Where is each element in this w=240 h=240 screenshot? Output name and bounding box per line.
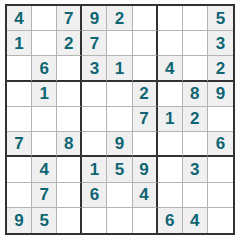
cell-r1c1-given[interactable]: 4	[7, 6, 32, 31]
cell-r4c8-given[interactable]: 8	[183, 82, 208, 107]
sudoku-board: 4792512736314212897127896415937649564	[5, 4, 235, 235]
cell-r1c8-empty[interactable]	[183, 6, 208, 31]
cell-r2c5-empty[interactable]	[107, 31, 132, 56]
cell-r2c6-empty[interactable]	[133, 31, 158, 56]
cell-r7c1-empty[interactable]	[7, 157, 32, 182]
cell-r4c9-given[interactable]: 9	[208, 82, 233, 107]
cell-r4c7-empty[interactable]	[158, 82, 183, 107]
cell-r1c5-given[interactable]: 2	[107, 6, 132, 31]
cell-r7c6-given[interactable]: 9	[133, 157, 158, 182]
cell-r9c8-given[interactable]: 4	[183, 208, 208, 233]
cell-r8c6-given[interactable]: 4	[133, 183, 158, 208]
cell-r9c9-empty[interactable]	[208, 208, 233, 233]
cell-r9c5-empty[interactable]	[107, 208, 132, 233]
cell-r6c7-empty[interactable]	[158, 132, 183, 157]
cell-r8c3-empty[interactable]	[57, 183, 82, 208]
cell-r9c6-empty[interactable]	[133, 208, 158, 233]
cell-r6c2-empty[interactable]	[32, 132, 57, 157]
cell-r9c2-given[interactable]: 5	[32, 208, 57, 233]
cell-r6c8-empty[interactable]	[183, 132, 208, 157]
cell-r8c8-empty[interactable]	[183, 183, 208, 208]
cell-r2c7-empty[interactable]	[158, 31, 183, 56]
cell-r2c4-given[interactable]: 7	[82, 31, 107, 56]
cell-r4c3-empty[interactable]	[57, 82, 82, 107]
cell-r5c2-empty[interactable]	[32, 107, 57, 132]
cell-r2c2-empty[interactable]	[32, 31, 57, 56]
cell-r3c3-empty[interactable]	[57, 56, 82, 81]
cell-r2c3-given[interactable]: 2	[57, 31, 82, 56]
cell-r3c7-given[interactable]: 4	[158, 56, 183, 81]
cell-r4c4-empty[interactable]	[82, 82, 107, 107]
cell-r5c7-given[interactable]: 1	[158, 107, 183, 132]
cell-r6c3-given[interactable]: 8	[57, 132, 82, 157]
cell-r2c1-given[interactable]: 1	[7, 31, 32, 56]
cell-r2c9-given[interactable]: 3	[208, 31, 233, 56]
cell-r5c4-empty[interactable]	[82, 107, 107, 132]
cell-r8c2-given[interactable]: 7	[32, 183, 57, 208]
cell-r7c8-given[interactable]: 3	[183, 157, 208, 182]
cell-r3c6-empty[interactable]	[133, 56, 158, 81]
cell-r4c1-empty[interactable]	[7, 82, 32, 107]
cell-r8c5-empty[interactable]	[107, 183, 132, 208]
cell-r7c5-given[interactable]: 5	[107, 157, 132, 182]
cell-r6c5-given[interactable]: 9	[107, 132, 132, 157]
cell-r1c2-empty[interactable]	[32, 6, 57, 31]
cell-r6c1-given[interactable]: 7	[7, 132, 32, 157]
cell-r6c6-empty[interactable]	[133, 132, 158, 157]
cell-r5c8-given[interactable]: 2	[183, 107, 208, 132]
cell-r7c7-empty[interactable]	[158, 157, 183, 182]
cell-r8c4-given[interactable]: 6	[82, 183, 107, 208]
cell-r2c8-empty[interactable]	[183, 31, 208, 56]
cell-r7c3-empty[interactable]	[57, 157, 82, 182]
cell-r1c3-given[interactable]: 7	[57, 6, 82, 31]
page: 4792512736314212897127896415937649564	[0, 0, 240, 240]
cell-r9c1-given[interactable]: 9	[7, 208, 32, 233]
cell-r7c9-empty[interactable]	[208, 157, 233, 182]
cell-r3c1-empty[interactable]	[7, 56, 32, 81]
cell-r1c7-empty[interactable]	[158, 6, 183, 31]
cell-r3c4-given[interactable]: 3	[82, 56, 107, 81]
cell-r9c7-given[interactable]: 6	[158, 208, 183, 233]
cell-r1c6-empty[interactable]	[133, 6, 158, 31]
cell-r9c4-empty[interactable]	[82, 208, 107, 233]
cell-r1c4-given[interactable]: 9	[82, 6, 107, 31]
cell-r5c3-empty[interactable]	[57, 107, 82, 132]
cell-r5c6-given[interactable]: 7	[133, 107, 158, 132]
cell-r9c3-empty[interactable]	[57, 208, 82, 233]
cell-r4c2-given[interactable]: 1	[32, 82, 57, 107]
cell-r6c4-empty[interactable]	[82, 132, 107, 157]
cell-r1c9-given[interactable]: 5	[208, 6, 233, 31]
cell-r4c5-empty[interactable]	[107, 82, 132, 107]
cell-r3c2-given[interactable]: 6	[32, 56, 57, 81]
cell-r3c8-empty[interactable]	[183, 56, 208, 81]
cell-r5c9-empty[interactable]	[208, 107, 233, 132]
cell-r8c9-empty[interactable]	[208, 183, 233, 208]
cell-r4c6-given[interactable]: 2	[133, 82, 158, 107]
cell-r7c4-given[interactable]: 1	[82, 157, 107, 182]
cell-r5c5-empty[interactable]	[107, 107, 132, 132]
cell-r7c2-given[interactable]: 4	[32, 157, 57, 182]
cell-r5c1-empty[interactable]	[7, 107, 32, 132]
cell-r6c9-given[interactable]: 6	[208, 132, 233, 157]
cell-r3c5-given[interactable]: 1	[107, 56, 132, 81]
cell-r8c7-empty[interactable]	[158, 183, 183, 208]
cell-r3c9-given[interactable]: 2	[208, 56, 233, 81]
cell-r8c1-empty[interactable]	[7, 183, 32, 208]
